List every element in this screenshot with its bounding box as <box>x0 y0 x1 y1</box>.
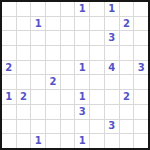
clue-cell-r8c6: 3 <box>75 105 89 119</box>
cell-r9c2[interactable] <box>17 120 31 134</box>
clue-cell-r1c6: 1 <box>75 2 89 16</box>
cell-r8c3[interactable] <box>31 105 45 119</box>
cell-r7c4[interactable] <box>46 90 60 104</box>
cell-r3c1[interactable] <box>2 31 16 45</box>
cell-r4c9[interactable] <box>120 46 134 60</box>
clue-cell-r7c2: 2 <box>17 90 31 104</box>
cell-r10c5[interactable] <box>61 134 75 148</box>
cell-r8c5[interactable] <box>61 105 75 119</box>
cell-r1c9[interactable] <box>120 2 134 16</box>
cell-r6c3[interactable] <box>31 75 45 89</box>
cell-r7c3[interactable] <box>31 90 45 104</box>
cell-r6c1[interactable] <box>2 75 16 89</box>
clue-cell-r6c4: 2 <box>46 75 60 89</box>
cell-r6c5[interactable] <box>61 75 75 89</box>
cell-r1c7[interactable] <box>90 2 104 16</box>
cell-r4c2[interactable] <box>17 46 31 60</box>
minesweeper-grid: 111232143212123311 <box>2 2 148 148</box>
cell-r3c3[interactable] <box>31 31 45 45</box>
cell-r9c5[interactable] <box>61 120 75 134</box>
cell-r6c10[interactable] <box>134 75 148 89</box>
cell-r4c6[interactable] <box>75 46 89 60</box>
cell-r7c7[interactable] <box>90 90 104 104</box>
cell-r8c9[interactable] <box>120 105 134 119</box>
cell-r5c3[interactable] <box>31 61 45 75</box>
clue-cell-r7c1: 1 <box>2 90 16 104</box>
cell-r4c1[interactable] <box>2 46 16 60</box>
cell-r1c1[interactable] <box>2 2 16 16</box>
clue-cell-r3c8: 3 <box>105 31 119 45</box>
cell-r2c8[interactable] <box>105 17 119 31</box>
cell-r4c3[interactable] <box>31 46 45 60</box>
cell-r1c3[interactable] <box>31 2 45 16</box>
clue-cell-r1c8: 1 <box>105 2 119 16</box>
cell-r8c8[interactable] <box>105 105 119 119</box>
clue-cell-r5c10: 3 <box>134 61 148 75</box>
cell-r6c9[interactable] <box>120 75 134 89</box>
cell-r9c9[interactable] <box>120 120 134 134</box>
cell-r3c5[interactable] <box>61 31 75 45</box>
cell-r2c6[interactable] <box>75 17 89 31</box>
puzzle-board: 111232143212123311 <box>0 0 150 150</box>
cell-r6c2[interactable] <box>17 75 31 89</box>
cell-r8c10[interactable] <box>134 105 148 119</box>
cell-r6c7[interactable] <box>90 75 104 89</box>
cell-r3c2[interactable] <box>17 31 31 45</box>
clue-cell-r10c3: 1 <box>31 134 45 148</box>
clue-cell-r2c9: 2 <box>120 17 134 31</box>
cell-r8c4[interactable] <box>46 105 60 119</box>
cell-r10c7[interactable] <box>90 134 104 148</box>
cell-r4c4[interactable] <box>46 46 60 60</box>
cell-r9c6[interactable] <box>75 120 89 134</box>
cell-r10c1[interactable] <box>2 134 16 148</box>
clue-cell-r5c1: 2 <box>2 61 16 75</box>
cell-r9c1[interactable] <box>2 120 16 134</box>
cell-r1c4[interactable] <box>46 2 60 16</box>
cell-r2c1[interactable] <box>2 17 16 31</box>
cell-r9c3[interactable] <box>31 120 45 134</box>
cell-r10c4[interactable] <box>46 134 60 148</box>
cell-r9c10[interactable] <box>134 120 148 134</box>
cell-r9c4[interactable] <box>46 120 60 134</box>
cell-r8c7[interactable] <box>90 105 104 119</box>
cell-r2c7[interactable] <box>90 17 104 31</box>
cell-r1c5[interactable] <box>61 2 75 16</box>
cell-r10c10[interactable] <box>134 134 148 148</box>
cell-r2c5[interactable] <box>61 17 75 31</box>
clue-cell-r2c3: 1 <box>31 17 45 31</box>
cell-r10c9[interactable] <box>120 134 134 148</box>
cell-r4c5[interactable] <box>61 46 75 60</box>
cell-r8c2[interactable] <box>17 105 31 119</box>
cell-r10c8[interactable] <box>105 134 119 148</box>
cell-r5c7[interactable] <box>90 61 104 75</box>
clue-cell-r9c8: 3 <box>105 120 119 134</box>
cell-r10c2[interactable] <box>17 134 31 148</box>
clue-cell-r7c6: 1 <box>75 90 89 104</box>
cell-r4c8[interactable] <box>105 46 119 60</box>
cell-r4c7[interactable] <box>90 46 104 60</box>
cell-r5c2[interactable] <box>17 61 31 75</box>
cell-r3c10[interactable] <box>134 31 148 45</box>
clue-cell-r5c8: 4 <box>105 61 119 75</box>
clue-cell-r5c6: 1 <box>75 61 89 75</box>
cell-r6c8[interactable] <box>105 75 119 89</box>
cell-r3c7[interactable] <box>90 31 104 45</box>
cell-r5c9[interactable] <box>120 61 134 75</box>
cell-r3c6[interactable] <box>75 31 89 45</box>
cell-r4c10[interactable] <box>134 46 148 60</box>
cell-r9c7[interactable] <box>90 120 104 134</box>
cell-r8c1[interactable] <box>2 105 16 119</box>
cell-r7c5[interactable] <box>61 90 75 104</box>
cell-r2c4[interactable] <box>46 17 60 31</box>
cell-r7c10[interactable] <box>134 90 148 104</box>
cell-r7c8[interactable] <box>105 90 119 104</box>
cell-r6c6[interactable] <box>75 75 89 89</box>
clue-cell-r7c9: 2 <box>120 90 134 104</box>
cell-r1c2[interactable] <box>17 2 31 16</box>
clue-cell-r10c6: 1 <box>75 134 89 148</box>
cell-r3c4[interactable] <box>46 31 60 45</box>
cell-r5c4[interactable] <box>46 61 60 75</box>
cell-r1c10[interactable] <box>134 2 148 16</box>
cell-r2c10[interactable] <box>134 17 148 31</box>
cell-r2c2[interactable] <box>17 17 31 31</box>
cell-r3c9[interactable] <box>120 31 134 45</box>
cell-r5c5[interactable] <box>61 61 75 75</box>
